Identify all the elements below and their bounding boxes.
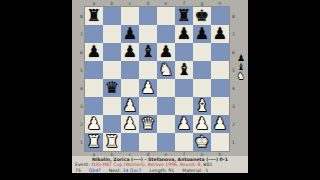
next-move: 34 Qxc7 [122, 168, 141, 173]
square-f4 [175, 79, 193, 97]
black-pawn-f7: ♟ [177, 25, 191, 43]
black-bishop-d6: ♝ [141, 43, 155, 61]
black-king-g8: ♚ [195, 7, 209, 25]
white-bishop-g3: ♝ [195, 97, 209, 115]
move-number: 75 [75, 168, 81, 173]
square-b2 [103, 115, 121, 133]
white-rook-b1: ♜ [105, 133, 119, 151]
last-move: Qb4? [89, 168, 101, 173]
material-imbalance-tray: ♟♝♞ [234, 54, 248, 81]
square-d7 [139, 25, 157, 43]
game-info-caption: Nikolin, Zorica (----) - Stefanova, Anto… [72, 156, 248, 173]
rank-label-1: 1 [79, 133, 84, 151]
square-b3 [103, 97, 121, 115]
white-queen-d2: ♛ [141, 115, 155, 133]
square-h7: ♟ [211, 25, 229, 43]
event-name: YUG-MKT Cup (Women), Berovo 1996, Round:… [91, 162, 202, 167]
rank-label-4: 4 [231, 79, 236, 97]
square-g7: ♟ [193, 25, 211, 43]
square-e1 [157, 133, 175, 151]
square-c7: ♟ [121, 25, 139, 43]
square-f7: ♟ [175, 25, 193, 43]
square-b6 [103, 43, 121, 61]
square-a8: ♜ [85, 7, 103, 25]
black-queen-b4: ♛ [105, 79, 119, 97]
square-d8 [139, 7, 157, 25]
square-d1 [139, 133, 157, 151]
square-a4 [85, 79, 103, 97]
black-pawn-e6: ♟ [159, 43, 173, 61]
rank-label-5: 5 [79, 61, 84, 79]
square-e4 [157, 79, 175, 97]
square-g3: ♝ [193, 97, 211, 115]
file-label-e: e [157, 1, 175, 6]
square-f6 [175, 43, 193, 61]
black-bishop-f5: ♝ [177, 61, 191, 79]
square-g4 [193, 79, 211, 97]
rank-label-2: 2 [79, 115, 84, 133]
square-b1: ♜ [103, 133, 121, 151]
black-pawn-c7: ♟ [123, 25, 137, 43]
white-pawn-c3: ♟ [123, 97, 137, 115]
square-h4 [211, 79, 229, 97]
square-c8 [121, 7, 139, 25]
rank-label-3: 3 [79, 97, 84, 115]
rank-label-6: 6 [79, 43, 84, 61]
rank-label-8: 8 [79, 7, 84, 25]
square-c6: ♟ [121, 43, 139, 61]
square-g8: ♚ [193, 7, 211, 25]
white-pawn-a2: ♟ [87, 115, 101, 133]
square-d6: ♝ [139, 43, 157, 61]
event-label: Event: [75, 162, 90, 167]
square-h8 [211, 7, 229, 25]
square-h2: ♟ [211, 115, 229, 133]
square-d3 [139, 97, 157, 115]
rank-label-3: 3 [231, 97, 236, 115]
white-king-g1: ♚ [195, 133, 209, 151]
rank-label-1: 1 [231, 133, 236, 151]
right-letterbox [248, 0, 320, 180]
square-a6: ♟ [85, 43, 103, 61]
square-e8 [157, 7, 175, 25]
rank-label-7: 7 [79, 25, 84, 43]
square-g2: ♟ [193, 115, 211, 133]
black-rook-a8: ♜ [87, 7, 101, 25]
white-knight-e5: ♞ [159, 61, 173, 79]
white-knight-icon: ♞ [237, 72, 245, 81]
square-a1: ♜ [85, 133, 103, 151]
square-b7 [103, 25, 121, 43]
white-pawn-h2: ♟ [213, 115, 227, 133]
file-label-h: h [211, 1, 229, 6]
file-label-c: c [121, 1, 139, 6]
square-e3 [157, 97, 175, 115]
square-h6 [211, 43, 229, 61]
square-e6: ♟ [157, 43, 175, 61]
square-e2 [157, 115, 175, 133]
square-h5 [211, 61, 229, 79]
square-b5 [103, 61, 121, 79]
square-c5 [121, 61, 139, 79]
square-h1 [211, 133, 229, 151]
square-c2: ♟ [121, 115, 139, 133]
square-f2: ♟ [175, 115, 193, 133]
length-value: Length: 91 [150, 168, 175, 173]
square-c4 [121, 79, 139, 97]
white-pawn-c2: ♟ [123, 115, 137, 133]
left-letterbox [0, 0, 72, 180]
white-rook-a1: ♜ [87, 133, 101, 151]
square-f8: ♜ [175, 7, 193, 25]
black-pawn-h7: ♟ [213, 25, 227, 43]
white-pawn-f2: ♟ [177, 115, 191, 133]
square-d4: ♟ [139, 79, 157, 97]
square-b4: ♛ [103, 79, 121, 97]
square-f5: ♝ [175, 61, 193, 79]
black-pawn-a6: ♟ [87, 43, 101, 61]
black-pawn-c6: ♟ [123, 43, 137, 61]
material-value: Material: -1 [182, 168, 208, 173]
black-pawn-g7: ♟ [195, 25, 209, 43]
rank-labels-left: 87654321 [79, 7, 84, 151]
file-label-b: b [103, 1, 121, 6]
eco-code: B01 [203, 162, 212, 167]
rank-label-2: 2 [231, 115, 236, 133]
square-a7 [85, 25, 103, 43]
square-a2: ♟ [85, 115, 103, 133]
square-g6 [193, 43, 211, 61]
white-pawn-g2: ♟ [195, 115, 209, 133]
square-h3 [211, 97, 229, 115]
video-frame: abcdefgh abcdefgh 87654321 87654321 ♜♜♚♟… [0, 0, 320, 180]
square-f1 [175, 133, 193, 151]
square-d2: ♛ [139, 115, 157, 133]
square-g1: ♚ [193, 133, 211, 151]
black-rook-f8: ♜ [177, 7, 191, 25]
square-a5 [85, 61, 103, 79]
rank-label-8: 8 [231, 7, 236, 25]
next-label: Next: [109, 168, 121, 173]
move-status-line: 75Qb4?Next: 34 Qxc7Length: 91Material: -… [75, 168, 245, 173]
white-pawn-d4: ♟ [141, 79, 155, 97]
square-e7 [157, 25, 175, 43]
square-f3 [175, 97, 193, 115]
square-g5 [193, 61, 211, 79]
rank-label-4: 4 [79, 79, 84, 97]
square-a3 [85, 97, 103, 115]
square-d5 [139, 61, 157, 79]
square-b8 [103, 7, 121, 25]
square-c3: ♟ [121, 97, 139, 115]
square-c1 [121, 133, 139, 151]
chess-board: ♜♜♚♟♟♟♟♟♟♝♟♞♝♛♟♟♝♟♟♛♟♟♟♜♜♚ [85, 7, 229, 151]
file-label-d: d [139, 1, 157, 6]
square-e5: ♞ [157, 61, 175, 79]
rank-label-7: 7 [231, 25, 236, 43]
